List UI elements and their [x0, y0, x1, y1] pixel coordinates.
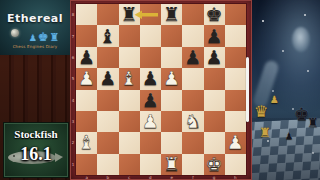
square-c3	[119, 111, 140, 132]
black-pawn-a6: ♟	[78, 48, 95, 67]
square-e7	[161, 25, 182, 46]
black-player-name: Ethereal	[0, 12, 70, 25]
black-pawn-b5: ♟	[99, 69, 116, 88]
square-g4	[204, 90, 225, 111]
square-h4	[225, 90, 246, 111]
square-h7	[225, 25, 246, 46]
white-rook-e1: ♜	[163, 155, 180, 174]
white-player-banner: Stockfish 16.1	[3, 122, 69, 178]
square-c7	[119, 25, 140, 46]
file-label-c: c	[119, 175, 140, 180]
file-label-h: h	[225, 175, 246, 180]
white-pawn-d3: ♟	[142, 112, 159, 131]
square-a6: ♟	[76, 47, 97, 68]
art-gold-queen: ♛	[254, 104, 268, 120]
logo-king-icon: ♚	[38, 31, 49, 43]
file-label-f: f	[182, 175, 203, 180]
square-b4	[97, 90, 118, 111]
square-a7	[76, 25, 97, 46]
chess-board-frame: 87654321 abcdefgh ♜♜♚♝♟♟♟♟♟♟♝♟♟♟♟♞♝♟♜♚	[70, 0, 252, 180]
square-d3: ♟	[140, 111, 161, 132]
file-label-d: d	[140, 175, 161, 180]
snow-particles	[252, 0, 254, 2]
art-black-rook: ♜	[307, 116, 319, 129]
square-d7	[140, 25, 161, 46]
square-g2	[204, 132, 225, 153]
black-pawn-g7: ♟	[206, 27, 223, 46]
square-f3: ♞	[182, 111, 203, 132]
file-label-g: g	[204, 175, 225, 180]
channel-caption: Chess Engines Diary	[0, 44, 70, 49]
square-e5: ♟	[161, 68, 182, 89]
square-h8	[225, 4, 246, 25]
square-e2	[161, 132, 182, 153]
square-a1	[76, 154, 97, 175]
square-h5	[225, 68, 246, 89]
black-rook-c8: ♜	[121, 5, 138, 24]
ghost-face	[292, 27, 310, 52]
square-a3	[76, 111, 97, 132]
square-a5: ♟	[76, 68, 97, 89]
black-pawn-d5: ♟	[142, 69, 159, 88]
white-knight-f3: ♞	[184, 112, 201, 131]
square-d1	[140, 154, 161, 175]
square-a2: ♝	[76, 132, 97, 153]
white-bishop-c5: ♝	[121, 69, 138, 88]
square-b3	[97, 111, 118, 132]
white-pawn-a5: ♟	[78, 69, 95, 88]
video-frame: Ethereal ♟ ♚ ♜ Chess Engines Diary Stock…	[0, 0, 320, 180]
white-king-g1: ♚	[206, 155, 223, 174]
logo-pawn-icon: ♟	[29, 34, 37, 43]
square-g3	[204, 111, 225, 132]
square-d2	[140, 132, 161, 153]
art-gold-rook: ♜	[259, 126, 271, 139]
square-b1	[97, 154, 118, 175]
square-e3	[161, 111, 182, 132]
square-g1: ♚	[204, 154, 225, 175]
square-c6	[119, 47, 140, 68]
white-pawn-e5: ♟	[163, 69, 180, 88]
scrollbar-thumb[interactable]	[246, 57, 249, 122]
square-g8: ♚	[204, 4, 225, 25]
square-b6	[97, 47, 118, 68]
black-rook-e8: ♜	[163, 5, 180, 24]
art-gold-pawn-held: ♟	[270, 95, 279, 105]
square-h3	[225, 111, 246, 132]
square-h6	[225, 47, 246, 68]
black-pawn-f6: ♟	[184, 48, 201, 67]
art-black-pawn: ♟	[285, 132, 293, 141]
square-d5: ♟	[140, 68, 161, 89]
square-g5	[204, 68, 225, 89]
black-pawn-g6: ♟	[206, 48, 223, 67]
white-bishop-a2: ♝	[78, 133, 95, 152]
moon-icon	[11, 29, 19, 37]
black-pawn-d4: ♟	[142, 91, 159, 110]
file-label-a: a	[76, 175, 97, 180]
left-sidebar: Ethereal ♟ ♚ ♜ Chess Engines Diary Stock…	[0, 0, 70, 180]
logo-rook-icon: ♜	[49, 32, 59, 43]
black-player-banner: Ethereal ♟ ♚ ♜ Chess Engines Diary	[0, 0, 70, 55]
square-f7	[182, 25, 203, 46]
white-player-version: 16.1	[4, 144, 68, 165]
file-label-b: b	[97, 175, 118, 180]
square-b7: ♝	[97, 25, 118, 46]
square-c8: ♜	[119, 4, 140, 25]
black-king-g8: ♚	[206, 5, 223, 24]
square-e1: ♜	[161, 154, 182, 175]
square-e6	[161, 47, 182, 68]
square-f5	[182, 68, 203, 89]
square-e4	[161, 90, 182, 111]
square-b5: ♟	[97, 68, 118, 89]
square-b8	[97, 4, 118, 25]
white-pawn-h2: ♟	[227, 133, 244, 152]
square-c4	[119, 90, 140, 111]
file-label-e: e	[161, 175, 182, 180]
square-c2	[119, 132, 140, 153]
square-c5: ♝	[119, 68, 140, 89]
chess-pieces-logo: ♟ ♚ ♜	[27, 25, 61, 43]
file-labels: abcdefgh	[76, 175, 246, 180]
square-g7: ♟	[204, 25, 225, 46]
black-bishop-b7: ♝	[99, 27, 116, 46]
square-f8	[182, 4, 203, 25]
square-a8	[76, 4, 97, 25]
square-f1	[182, 154, 203, 175]
square-f2	[182, 132, 203, 153]
square-f4	[182, 90, 203, 111]
chess-board: ♜♜♚♝♟♟♟♟♟♟♝♟♟♟♟♞♝♟♜♚	[76, 4, 246, 175]
background-art: ♛ ♟ ♜ ♚ ♜ ♟	[252, 0, 320, 180]
square-h1	[225, 154, 246, 175]
square-d6	[140, 47, 161, 68]
square-c1	[119, 154, 140, 175]
square-e8: ♜	[161, 4, 182, 25]
square-g6: ♟	[204, 47, 225, 68]
square-f6: ♟	[182, 47, 203, 68]
square-h2: ♟	[225, 132, 246, 153]
square-a4	[76, 90, 97, 111]
square-b2	[97, 132, 118, 153]
white-player-name: Stockfish	[4, 128, 68, 140]
square-d8	[140, 4, 161, 25]
square-d4: ♟	[140, 90, 161, 111]
